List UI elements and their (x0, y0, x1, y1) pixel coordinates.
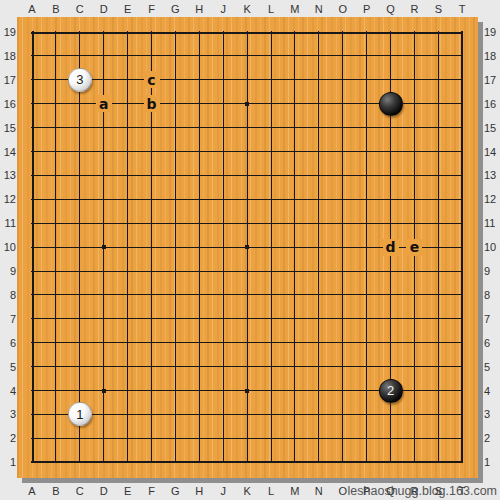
coordinate-right-2: 2 (484, 431, 500, 445)
coordinate-left-1: 1 (1, 455, 16, 469)
coordinate-right-12: 12 (484, 192, 500, 206)
coordinate-left-7: 7 (1, 312, 16, 326)
letter-mark-b[interactable]: b (144, 95, 160, 112)
black-stone-Q16[interactable] (379, 92, 403, 116)
coordinate-right-4: 4 (484, 384, 500, 398)
coordinate-left-4: 4 (1, 384, 16, 398)
coordinate-top-J: J (211, 2, 235, 16)
coordinate-right-18: 18 (484, 49, 500, 63)
star-point-D10 (102, 245, 106, 249)
grid-line-horizontal (31, 461, 463, 463)
coordinate-right-9: 9 (484, 264, 500, 278)
coordinate-bottom-D: D (92, 484, 116, 498)
coordinate-bottom-L: L (259, 484, 283, 498)
coordinate-top-T: T (450, 2, 474, 16)
coordinate-bottom-G: G (163, 484, 187, 498)
coordinate-right-14: 14 (484, 145, 500, 159)
grid-line-vertical (438, 31, 439, 463)
grid-line-vertical (294, 31, 295, 463)
coordinate-bottom-F: F (140, 484, 164, 498)
coordinate-left-8: 8 (1, 288, 16, 302)
coordinate-right-5: 5 (484, 360, 500, 374)
coordinate-top-S: S (426, 2, 450, 16)
coordinate-bottom-K: K (235, 484, 259, 498)
coordinate-left-15: 15 (1, 121, 16, 135)
grid-line-vertical (366, 31, 367, 463)
coordinate-left-19: 19 (1, 25, 16, 39)
coordinate-right-15: 15 (484, 121, 500, 135)
coordinate-right-7: 7 (484, 312, 500, 326)
coordinate-left-9: 9 (1, 264, 16, 278)
coordinate-right-17: 17 (484, 73, 500, 87)
coordinate-right-3: 3 (484, 407, 500, 421)
grid-line-horizontal (31, 366, 463, 367)
go-diagram: abcde123 ABCDEFGHJKLMNOPQRST ABCDEFGHJKL… (0, 0, 500, 500)
grid-line-horizontal (31, 438, 463, 439)
white-stone-C17[interactable]: 3 (68, 68, 92, 92)
coordinate-left-2: 2 (1, 431, 16, 445)
grid-line-vertical (318, 31, 319, 463)
coordinate-left-14: 14 (1, 145, 16, 159)
coordinate-right-11: 11 (484, 216, 500, 230)
go-board[interactable]: abcde123 (17, 17, 478, 478)
grid-line-vertical (461, 31, 463, 463)
coordinate-right-1: 1 (484, 455, 500, 469)
watermark: leshaoshugg.blog.163.com (348, 484, 497, 498)
coordinate-bottom-J: J (211, 484, 235, 498)
coordinate-top-P: P (355, 2, 379, 16)
coordinate-left-3: 3 (1, 407, 16, 421)
coordinate-right-19: 19 (484, 25, 500, 39)
coordinate-top-F: F (140, 2, 164, 16)
coordinate-right-10: 10 (484, 240, 500, 254)
coordinate-left-17: 17 (1, 73, 16, 87)
coordinate-top-O: O (331, 2, 355, 16)
coordinate-left-16: 16 (1, 97, 16, 111)
coordinate-left-6: 6 (1, 336, 16, 350)
grid-line-vertical (271, 31, 272, 463)
star-point-K10 (245, 245, 249, 249)
coordinate-top-A: A (20, 2, 44, 16)
letter-mark-a[interactable]: a (96, 95, 112, 112)
coordinate-top-Q: Q (379, 2, 403, 16)
star-point-K16 (245, 102, 249, 106)
grid-line-horizontal (31, 271, 463, 272)
coordinate-right-16: 16 (484, 97, 500, 111)
star-point-D4 (102, 389, 106, 393)
coordinate-top-D: D (92, 2, 116, 16)
coordinate-bottom-M: M (283, 484, 307, 498)
coordinate-top-G: G (163, 2, 187, 16)
grid-line-horizontal (31, 414, 463, 415)
coordinate-top-L: L (259, 2, 283, 16)
coordinate-left-18: 18 (1, 49, 16, 63)
coordinate-bottom-A: A (20, 484, 44, 498)
coordinate-left-10: 10 (1, 240, 16, 254)
coordinate-top-K: K (235, 2, 259, 16)
coordinate-right-13: 13 (484, 168, 500, 182)
coordinate-left-5: 5 (1, 360, 16, 374)
letter-mark-d[interactable]: d (383, 239, 399, 256)
coordinate-bottom-C: C (68, 484, 92, 498)
coordinate-top-R: R (402, 2, 426, 16)
grid-line-vertical (342, 31, 343, 463)
coordinate-top-C: C (68, 2, 92, 16)
coordinate-left-12: 12 (1, 192, 16, 206)
coordinate-right-6: 6 (484, 336, 500, 350)
coordinate-top-B: B (44, 2, 68, 16)
star-point-K4 (245, 389, 249, 393)
coordinate-bottom-B: B (44, 484, 68, 498)
coordinate-top-N: N (307, 2, 331, 16)
white-stone-C3[interactable]: 1 (68, 402, 92, 426)
coordinate-top-E: E (116, 2, 140, 16)
coordinate-bottom-N: N (307, 484, 331, 498)
grid-line-horizontal (31, 294, 463, 295)
coordinate-top-H: H (187, 2, 211, 16)
grid-line-horizontal (31, 318, 463, 319)
letter-mark-e[interactable]: e (406, 239, 422, 256)
coordinate-bottom-H: H (187, 484, 211, 498)
black-stone-Q4[interactable]: 2 (379, 379, 403, 403)
coordinate-left-11: 11 (1, 216, 16, 230)
coordinate-right-8: 8 (484, 288, 500, 302)
coordinate-top-M: M (283, 2, 307, 16)
grid-line-horizontal (31, 342, 463, 343)
coordinate-left-13: 13 (1, 168, 16, 182)
letter-mark-c[interactable]: c (144, 71, 160, 88)
coordinate-bottom-E: E (116, 484, 140, 498)
